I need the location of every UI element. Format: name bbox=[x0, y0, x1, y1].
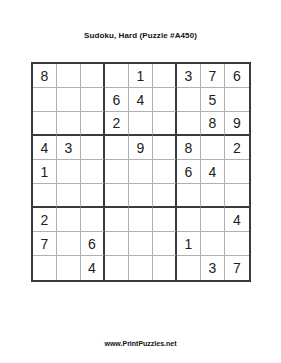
cell-r4c1: 4 bbox=[33, 136, 57, 160]
cell-r4c3 bbox=[81, 136, 105, 160]
cell-r5c3 bbox=[81, 160, 105, 184]
footer-site-url: www.PrintPuzzles.net bbox=[0, 340, 281, 347]
cell-r2c8: 5 bbox=[201, 88, 225, 112]
cell-r9c6 bbox=[153, 256, 177, 280]
cell-r1c7: 3 bbox=[177, 64, 201, 88]
cell-r6c3 bbox=[81, 184, 105, 208]
cell-r6c8 bbox=[201, 184, 225, 208]
cell-r4c9: 2 bbox=[225, 136, 249, 160]
cell-r8c1: 7 bbox=[33, 232, 57, 256]
cell-r6c5 bbox=[129, 184, 153, 208]
cell-r8c5 bbox=[129, 232, 153, 256]
cell-r6c4 bbox=[105, 184, 129, 208]
sudoku-board: 813766452894398216424761437 bbox=[31, 62, 251, 282]
cell-r6c1 bbox=[33, 184, 57, 208]
cell-r8c4 bbox=[105, 232, 129, 256]
cell-r5c9 bbox=[225, 160, 249, 184]
cell-r7c6 bbox=[153, 208, 177, 232]
cell-r9c1 bbox=[33, 256, 57, 280]
cell-r6c2 bbox=[57, 184, 81, 208]
cell-r8c2 bbox=[57, 232, 81, 256]
cell-r2c9 bbox=[225, 88, 249, 112]
cell-r2c4: 6 bbox=[105, 88, 129, 112]
cell-r4c4 bbox=[105, 136, 129, 160]
cell-r9c2 bbox=[57, 256, 81, 280]
cell-r5c7: 6 bbox=[177, 160, 201, 184]
cell-r4c6 bbox=[153, 136, 177, 160]
cell-r2c6 bbox=[153, 88, 177, 112]
cell-r8c3: 6 bbox=[81, 232, 105, 256]
cell-r7c7 bbox=[177, 208, 201, 232]
page-title: Sudoku, Hard (Puzzle #A450) bbox=[0, 31, 281, 40]
cell-r9c4 bbox=[105, 256, 129, 280]
cell-r8c8 bbox=[201, 232, 225, 256]
cell-r2c7 bbox=[177, 88, 201, 112]
cell-r3c1 bbox=[33, 112, 57, 136]
cell-r9c9: 7 bbox=[225, 256, 249, 280]
cell-r4c7: 8 bbox=[177, 136, 201, 160]
cell-r7c9: 4 bbox=[225, 208, 249, 232]
cell-r5c6 bbox=[153, 160, 177, 184]
cell-r1c1: 8 bbox=[33, 64, 57, 88]
cell-r7c4 bbox=[105, 208, 129, 232]
cell-r3c3 bbox=[81, 112, 105, 136]
cell-r5c5 bbox=[129, 160, 153, 184]
cell-r9c3: 4 bbox=[81, 256, 105, 280]
cell-r1c5: 1 bbox=[129, 64, 153, 88]
cell-r5c4 bbox=[105, 160, 129, 184]
cell-r5c8: 4 bbox=[201, 160, 225, 184]
cell-r7c8 bbox=[201, 208, 225, 232]
cell-r1c9: 6 bbox=[225, 64, 249, 88]
cell-r5c2 bbox=[57, 160, 81, 184]
cell-r9c8: 3 bbox=[201, 256, 225, 280]
cell-r6c9 bbox=[225, 184, 249, 208]
cell-r2c1 bbox=[33, 88, 57, 112]
cell-r8c6 bbox=[153, 232, 177, 256]
cell-r3c9: 9 bbox=[225, 112, 249, 136]
cell-r3c2 bbox=[57, 112, 81, 136]
cell-r3c4: 2 bbox=[105, 112, 129, 136]
cell-r2c5: 4 bbox=[129, 88, 153, 112]
cell-r9c7 bbox=[177, 256, 201, 280]
cell-r1c8: 7 bbox=[201, 64, 225, 88]
cell-r6c6 bbox=[153, 184, 177, 208]
cell-r6c7 bbox=[177, 184, 201, 208]
cell-r5c1: 1 bbox=[33, 160, 57, 184]
cell-r1c6 bbox=[153, 64, 177, 88]
cell-r7c2 bbox=[57, 208, 81, 232]
cell-r2c3 bbox=[81, 88, 105, 112]
cell-r7c5 bbox=[129, 208, 153, 232]
cell-r7c3 bbox=[81, 208, 105, 232]
cell-r4c2: 3 bbox=[57, 136, 81, 160]
cell-r3c7 bbox=[177, 112, 201, 136]
cell-r3c6 bbox=[153, 112, 177, 136]
cell-r8c9 bbox=[225, 232, 249, 256]
cell-r1c4 bbox=[105, 64, 129, 88]
cell-r3c8: 8 bbox=[201, 112, 225, 136]
cell-r2c2 bbox=[57, 88, 81, 112]
cell-r1c3 bbox=[81, 64, 105, 88]
cell-r9c5 bbox=[129, 256, 153, 280]
cell-r1c2 bbox=[57, 64, 81, 88]
cell-r3c5 bbox=[129, 112, 153, 136]
cell-r8c7: 1 bbox=[177, 232, 201, 256]
cell-r4c5: 9 bbox=[129, 136, 153, 160]
cell-r7c1: 2 bbox=[33, 208, 57, 232]
cell-r4c8 bbox=[201, 136, 225, 160]
